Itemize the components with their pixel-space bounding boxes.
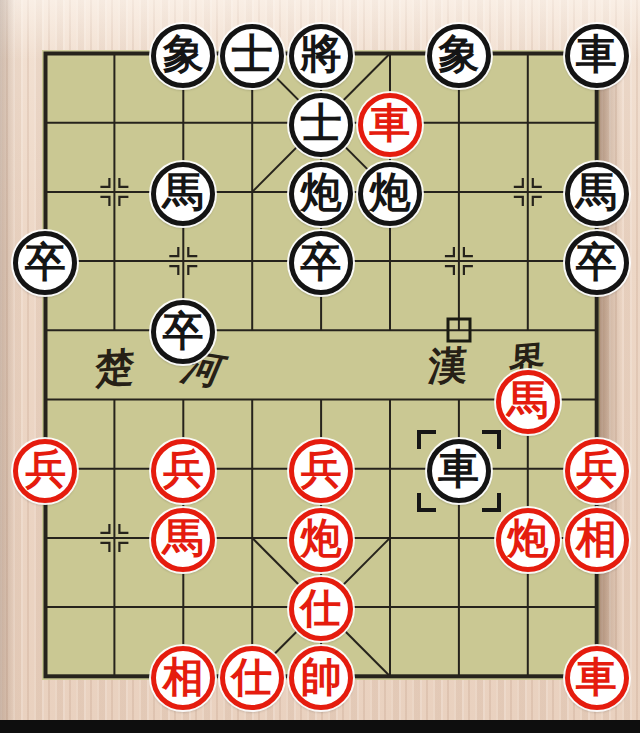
piece-glyph: 象: [438, 34, 479, 75]
point-c3-r9[interactable]: 仕: [218, 642, 287, 711]
point-c3-r0[interactable]: 士: [218, 19, 287, 88]
point-c1-r3[interactable]: [80, 227, 149, 296]
point-c4-r6[interactable]: 兵: [287, 434, 356, 503]
piece-black-soldier[interactable]: 卒: [13, 231, 77, 295]
point-c0-r5[interactable]: [11, 365, 80, 434]
point-c2-r7[interactable]: 馬: [149, 503, 218, 572]
piece-red-soldier[interactable]: 兵: [289, 439, 353, 503]
point-c2-r1[interactable]: [149, 88, 218, 157]
piece-red-advisor[interactable]: 仕: [220, 646, 284, 710]
point-c3-r8[interactable]: [218, 573, 287, 642]
piece-black-elephant[interactable]: 象: [427, 24, 491, 88]
piece-glyph: 仕: [232, 657, 273, 698]
piece-black-advisor[interactable]: 士: [289, 93, 353, 157]
point-c6-r2[interactable]: [424, 157, 493, 226]
piece-red-cannon[interactable]: 炮: [496, 508, 560, 572]
point-c8-r2[interactable]: 馬: [562, 157, 631, 226]
point-c7-r3[interactable]: [493, 227, 562, 296]
point-c2-r0[interactable]: 象: [149, 19, 218, 88]
piece-glyph: 馬: [163, 518, 204, 559]
point-c3-r3[interactable]: [218, 227, 287, 296]
piece-black-elephant[interactable]: 象: [151, 24, 215, 88]
piece-glyph: 仕: [301, 588, 342, 629]
piece-red-cannon[interactable]: 炮: [289, 508, 353, 572]
point-c4-r2[interactable]: 炮: [287, 157, 356, 226]
piece-black-advisor[interactable]: 士: [220, 24, 284, 88]
point-c2-r4[interactable]: 卒: [149, 296, 218, 365]
point-c1-r9[interactable]: [80, 642, 149, 711]
point-c1-r0[interactable]: [80, 19, 149, 88]
point-c5-r9[interactable]: [355, 642, 424, 711]
piece-glyph: 卒: [301, 242, 342, 283]
point-c6-r6[interactable]: 車: [424, 434, 493, 503]
point-c7-r8[interactable]: [493, 573, 562, 642]
point-c8-r6[interactable]: 兵: [562, 434, 631, 503]
piece-red-soldier[interactable]: 兵: [13, 439, 77, 503]
point-c4-r3[interactable]: 卒: [287, 227, 356, 296]
piece-black-cannon[interactable]: 炮: [289, 162, 353, 226]
bottom-black-bar: [0, 720, 640, 733]
piece-black-general[interactable]: 將: [289, 24, 353, 88]
piece-red-elephant[interactable]: 相: [151, 646, 215, 710]
point-c8-r1[interactable]: [562, 88, 631, 157]
point-c4-r9[interactable]: 帥: [287, 642, 356, 711]
point-c1-r5[interactable]: [80, 365, 149, 434]
piece-glyph: 兵: [163, 449, 204, 490]
point-c7-r4[interactable]: [493, 296, 562, 365]
point-c8-r7[interactable]: 相: [562, 503, 631, 572]
piece-red-horse[interactable]: 馬: [151, 508, 215, 572]
point-c2-r5[interactable]: [149, 365, 218, 434]
point-c6-r4[interactable]: [424, 296, 493, 365]
piece-glyph: 馬: [507, 380, 548, 421]
piece-glyph: 馬: [163, 172, 204, 213]
piece-glyph: 兵: [25, 449, 66, 490]
point-c3-r7[interactable]: [218, 503, 287, 572]
point-c1-r6[interactable]: [80, 434, 149, 503]
point-c4-r8[interactable]: 仕: [287, 573, 356, 642]
point-c2-r2[interactable]: 馬: [149, 157, 218, 226]
point-c1-r2[interactable]: [80, 157, 149, 226]
piece-glyph: 相: [576, 518, 617, 559]
point-c0-r3[interactable]: 卒: [11, 227, 80, 296]
piece-black-horse[interactable]: 馬: [151, 162, 215, 226]
point-c1-r4[interactable]: [80, 296, 149, 365]
point-c7-r1[interactable]: [493, 88, 562, 157]
point-c0-r7[interactable]: [11, 503, 80, 572]
piece-black-chariot[interactable]: 車: [565, 24, 629, 88]
point-c3-r1[interactable]: [218, 88, 287, 157]
point-c5-r2[interactable]: 炮: [355, 157, 424, 226]
piece-red-advisor[interactable]: 仕: [289, 577, 353, 641]
point-c4-r5[interactable]: [287, 365, 356, 434]
point-c6-r3[interactable]: [424, 227, 493, 296]
point-c3-r5[interactable]: [218, 365, 287, 434]
point-c0-r4[interactable]: [11, 296, 80, 365]
piece-red-soldier[interactable]: 兵: [151, 439, 215, 503]
point-c5-r3[interactable]: [355, 227, 424, 296]
point-c2-r3[interactable]: [149, 227, 218, 296]
point-c7-r7[interactable]: 炮: [493, 503, 562, 572]
piece-glyph: 卒: [25, 242, 66, 283]
point-c0-r2[interactable]: [11, 157, 80, 226]
piece-glyph: 炮: [369, 172, 410, 213]
point-c0-r0[interactable]: [11, 19, 80, 88]
piece-black-soldier[interactable]: 卒: [565, 231, 629, 295]
piece-red-horse[interactable]: 馬: [496, 370, 560, 434]
point-c5-r6[interactable]: [355, 434, 424, 503]
point-c6-r7[interactable]: [424, 503, 493, 572]
point-c5-r8[interactable]: [355, 573, 424, 642]
point-c7-r9[interactable]: [493, 642, 562, 711]
point-c1-r8[interactable]: [80, 573, 149, 642]
point-c2-r6[interactable]: 兵: [149, 434, 218, 503]
piece-black-chariot[interactable]: 車: [427, 439, 491, 503]
point-c5-r0[interactable]: [355, 19, 424, 88]
piece-red-soldier[interactable]: 兵: [565, 439, 629, 503]
piece-red-chariot[interactable]: 車: [358, 93, 422, 157]
piece-glyph: 炮: [301, 518, 342, 559]
point-c8-r4[interactable]: [562, 296, 631, 365]
point-c7-r5[interactable]: 馬: [493, 365, 562, 434]
board-points-grid: 象士將象車士車馬炮炮馬卒卒卒卒馬兵兵兵車兵馬炮炮相仕相仕帥車: [11, 19, 631, 711]
point-c4-r4[interactable]: [287, 296, 356, 365]
point-c6-r0[interactable]: 象: [424, 19, 493, 88]
point-c0-r9[interactable]: [11, 642, 80, 711]
app-background: 楚 河 漢 界 象士將象車士車馬炮炮馬卒卒卒卒馬兵兵兵車兵馬炮炮相仕相仕帥車: [0, 0, 640, 733]
point-c1-r7[interactable]: [80, 503, 149, 572]
point-c6-r9[interactable]: [424, 642, 493, 711]
piece-glyph: 車: [369, 103, 410, 144]
piece-glyph: 相: [163, 657, 204, 698]
point-c5-r4[interactable]: [355, 296, 424, 365]
piece-red-general[interactable]: 帥: [289, 646, 353, 710]
piece-glyph: 車: [576, 657, 617, 698]
piece-black-soldier[interactable]: 卒: [289, 231, 353, 295]
piece-red-chariot[interactable]: 車: [565, 646, 629, 710]
piece-glyph: 卒: [576, 242, 617, 283]
point-c6-r5[interactable]: [424, 365, 493, 434]
piece-glyph: 車: [438, 449, 479, 490]
point-c7-r0[interactable]: [493, 19, 562, 88]
point-c3-r2[interactable]: [218, 157, 287, 226]
point-c4-r0[interactable]: 將: [287, 19, 356, 88]
point-c1-r1[interactable]: [80, 88, 149, 157]
point-c8-r5[interactable]: [562, 365, 631, 434]
piece-glyph: 炮: [301, 172, 342, 213]
point-c6-r8[interactable]: [424, 573, 493, 642]
piece-black-cannon[interactable]: 炮: [358, 162, 422, 226]
point-c7-r2[interactable]: [493, 157, 562, 226]
point-c5-r1[interactable]: 車: [355, 88, 424, 157]
point-c7-r6[interactable]: [493, 434, 562, 503]
piece-glyph: 馬: [576, 172, 617, 213]
piece-red-elephant[interactable]: 相: [565, 508, 629, 572]
point-c0-r8[interactable]: [11, 573, 80, 642]
point-c0-r6[interactable]: 兵: [11, 434, 80, 503]
point-c4-r1[interactable]: 士: [287, 88, 356, 157]
piece-glyph: 士: [232, 34, 273, 75]
point-c6-r1[interactable]: [424, 88, 493, 157]
point-c8-r9[interactable]: 車: [562, 642, 631, 711]
point-c0-r1[interactable]: [11, 88, 80, 157]
piece-glyph: 象: [163, 34, 204, 75]
point-c2-r9[interactable]: 相: [149, 642, 218, 711]
piece-glyph: 卒: [163, 311, 204, 352]
point-c5-r7[interactable]: [355, 503, 424, 572]
point-c3-r4[interactable]: [218, 296, 287, 365]
point-c2-r8[interactable]: [149, 573, 218, 642]
piece-glyph: 車: [576, 34, 617, 75]
piece-glyph: 炮: [507, 518, 548, 559]
point-c8-r8[interactable]: [562, 573, 631, 642]
point-c5-r5[interactable]: [355, 365, 424, 434]
point-c4-r7[interactable]: 炮: [287, 503, 356, 572]
piece-glyph: 將: [301, 34, 342, 75]
piece-black-horse[interactable]: 馬: [565, 162, 629, 226]
piece-glyph: 兵: [301, 449, 342, 490]
piece-glyph: 帥: [301, 657, 342, 698]
piece-black-soldier[interactable]: 卒: [151, 300, 215, 364]
point-c3-r6[interactable]: [218, 434, 287, 503]
piece-glyph: 兵: [576, 449, 617, 490]
point-c8-r0[interactable]: 車: [562, 19, 631, 88]
point-c8-r3[interactable]: 卒: [562, 227, 631, 296]
piece-glyph: 士: [301, 103, 342, 144]
